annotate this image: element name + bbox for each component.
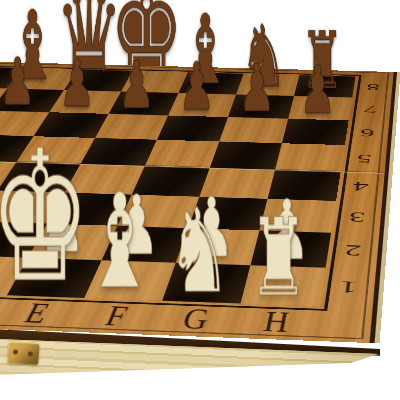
black-pawn[interactable]: ♟: [118, 52, 155, 118]
brass-clasp[interactable]: [7, 341, 39, 365]
white-king[interactable]: ♚: [0, 126, 90, 307]
white-bishop[interactable]: ♝: [84, 177, 156, 307]
black-pawn[interactable]: ♟: [299, 56, 336, 123]
rank-label-3: 3: [331, 201, 382, 234]
white-rook[interactable]: ♜: [249, 205, 308, 312]
square-e1[interactable]: ♚: [7, 258, 102, 298]
black-pawn[interactable]: ♟: [239, 55, 276, 121]
rank-label-8: 8: [352, 76, 393, 98]
black-pawn[interactable]: ♟: [0, 49, 36, 115]
rank-label-2: 2: [326, 233, 380, 270]
square-f1[interactable]: ♝: [84, 260, 176, 301]
black-pawn[interactable]: ♟: [59, 50, 96, 116]
square-g1[interactable]: ♞: [162, 263, 250, 304]
scene: ♜♞♝♛♚♝♞♜♟♟♟♟♟♟♟♟♟♟♟♟♟♟♟♟♜♞♝♛♚♝♞♜ E F G H…: [0, 0, 400, 400]
rank-label-7: 7: [349, 98, 392, 122]
square-h1[interactable]: ♜: [241, 265, 326, 306]
rank-label-5: 5: [341, 145, 387, 173]
rank-label-1: 1: [320, 268, 376, 308]
rank-label-6: 6: [345, 120, 389, 146]
board-squares: ♜♞♝♛♚♝♞♜♟♟♟♟♟♟♟♟♟♟♟♟♟♟♟♟♜♞♝♛♚♝♞♜: [0, 65, 356, 306]
chess-board: ♜♞♝♛♚♝♞♜♟♟♟♟♟♟♟♟♟♟♟♟♟♟♟♟♜♞♝♛♚♝♞♜ E F G H…: [0, 60, 394, 343]
black-pawn[interactable]: ♟: [178, 53, 215, 119]
white-knight[interactable]: ♞: [167, 193, 232, 309]
